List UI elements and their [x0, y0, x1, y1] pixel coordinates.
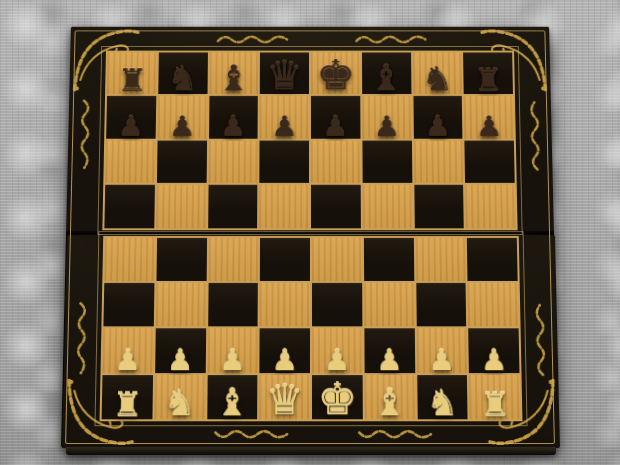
piece-black-knight: ♞	[422, 63, 454, 96]
square-a4	[104, 237, 155, 280]
square-h8: ♜	[463, 52, 513, 94]
square-c5	[208, 185, 258, 228]
playing-grid-bottom: ♟♟♟♟♟♟♟♟♜♞♝♛♚♝♞♜	[100, 235, 523, 421]
piece-black-pawn: ♟	[425, 112, 451, 140]
piece-black-knight: ♞	[167, 63, 199, 96]
board-bottom-half: ♟♟♟♟♟♟♟♟♜♞♝♛♚♝♞♜	[62, 235, 560, 448]
square-e7: ♟	[311, 96, 360, 138]
playing-grid-top: ♜♞♝♛♚♝♞♜♟♟♟♟♟♟♟♟	[102, 51, 517, 230]
square-b7: ♟	[157, 96, 207, 138]
piece-white-bishop: ♝	[215, 384, 249, 421]
square-a8: ♜	[107, 52, 157, 94]
piece-white-rook: ♜	[112, 388, 143, 421]
square-g4	[415, 237, 465, 280]
square-b5	[156, 185, 206, 228]
chess-board: ♜♞♝♛♚♝♞♜♟♟♟♟♟♟♟♟	[61, 27, 559, 448]
square-c1: ♝	[207, 375, 258, 420]
square-h6	[465, 140, 515, 183]
square-h1: ♜	[469, 375, 520, 420]
folding-board: ♜♞♝♛♚♝♞♜♟♟♟♟♟♟♟♟	[61, 27, 559, 448]
square-d4	[260, 237, 310, 280]
square-f1: ♝	[364, 375, 415, 420]
square-b3	[156, 283, 207, 327]
piece-white-rook: ♜	[479, 388, 510, 421]
square-h4	[467, 237, 518, 280]
piece-black-pawn: ♟	[476, 112, 503, 140]
square-g7: ♟	[413, 96, 463, 138]
square-c3	[208, 283, 258, 327]
piece-white-knight: ♞	[163, 386, 196, 421]
square-b4	[156, 237, 206, 280]
square-c7: ♟	[209, 96, 258, 138]
square-a7: ♟	[106, 96, 156, 138]
square-a1: ♜	[102, 375, 153, 420]
edge-ornament-icon	[527, 98, 542, 173]
board-side-edge	[66, 447, 556, 455]
piece-white-pawn: ♟	[167, 345, 194, 374]
square-e1: ♚	[312, 375, 363, 420]
square-e2: ♟	[312, 329, 362, 373]
piece-white-pawn: ♟	[376, 345, 403, 374]
square-f6	[362, 140, 412, 183]
piece-white-pawn: ♟	[114, 345, 141, 374]
square-g6	[413, 140, 463, 183]
piece-black-pawn: ♟	[118, 112, 145, 140]
square-f7: ♟	[362, 96, 411, 138]
piece-black-queen: ♛	[266, 56, 303, 96]
square-e8: ♚	[311, 52, 360, 94]
piece-white-queen: ♛	[265, 379, 303, 421]
piece-black-pawn: ♟	[220, 112, 246, 140]
square-a3	[103, 283, 154, 327]
edge-ornament-icon	[213, 32, 294, 45]
edge-ornament-icon	[78, 98, 93, 173]
piece-black-pawn: ♟	[271, 112, 297, 140]
square-e5	[311, 185, 361, 228]
piece-white-bishop: ♝	[373, 384, 407, 421]
square-f8: ♝	[362, 52, 411, 94]
piece-black-pawn: ♟	[169, 112, 195, 140]
square-d2: ♟	[260, 329, 310, 373]
square-d6	[260, 140, 309, 183]
square-e3	[312, 283, 362, 327]
square-h7: ♟	[464, 96, 514, 138]
square-e6	[311, 140, 360, 183]
square-b1: ♞	[154, 375, 205, 420]
piece-black-bishop: ♝	[370, 61, 403, 96]
square-f2: ♟	[364, 329, 415, 373]
square-g8: ♞	[413, 52, 462, 94]
piece-white-pawn: ♟	[324, 345, 351, 374]
piece-black-pawn: ♟	[374, 112, 400, 140]
square-f4	[364, 237, 414, 280]
square-b2: ♟	[155, 329, 206, 373]
square-b8: ♞	[158, 52, 207, 94]
square-b6	[157, 140, 207, 183]
square-d1: ♛	[259, 375, 310, 420]
edge-ornament-icon	[210, 428, 294, 442]
edge-ornament-icon	[351, 32, 432, 45]
square-f5	[362, 185, 412, 228]
square-a6	[105, 140, 155, 183]
square-c8: ♝	[209, 52, 258, 94]
piece-black-king: ♚	[316, 55, 355, 97]
square-h5	[465, 185, 515, 228]
piece-white-pawn: ♟	[481, 345, 508, 374]
square-d8: ♛	[260, 52, 309, 94]
square-d7: ♟	[260, 96, 309, 138]
board-top-half: ♜♞♝♛♚♝♞♜♟♟♟♟♟♟♟♟	[66, 27, 554, 231]
square-f3	[364, 283, 414, 327]
piece-black-pawn: ♟	[323, 112, 349, 140]
piece-white-pawn: ♟	[271, 345, 298, 374]
edge-ornament-icon	[354, 428, 438, 442]
square-c6	[208, 140, 258, 183]
piece-white-pawn: ♟	[219, 345, 246, 374]
piece-black-rook: ♜	[117, 65, 147, 96]
square-a2: ♟	[102, 329, 153, 373]
square-g5	[414, 185, 464, 228]
piece-white-knight: ♞	[426, 386, 459, 421]
square-c2: ♟	[207, 329, 258, 373]
table-fabric: ♜♞♝♛♚♝♞♜♟♟♟♟♟♟♟♟	[0, 0, 620, 465]
piece-white-king: ♚	[317, 377, 357, 421]
square-d3	[260, 283, 310, 327]
edge-ornament-icon	[532, 300, 548, 378]
edge-ornament-icon	[75, 300, 91, 378]
piece-white-pawn: ♟	[428, 345, 455, 374]
square-a5	[104, 185, 154, 228]
square-d5	[259, 185, 309, 228]
square-g1: ♞	[417, 375, 468, 420]
square-g3	[416, 283, 467, 327]
piece-black-bishop: ♝	[217, 61, 250, 96]
square-h2: ♟	[468, 329, 519, 373]
square-c4	[208, 237, 258, 280]
square-g2: ♟	[416, 329, 467, 373]
square-h3	[468, 283, 519, 327]
piece-black-rook: ♜	[473, 65, 503, 96]
square-e4	[312, 237, 362, 280]
